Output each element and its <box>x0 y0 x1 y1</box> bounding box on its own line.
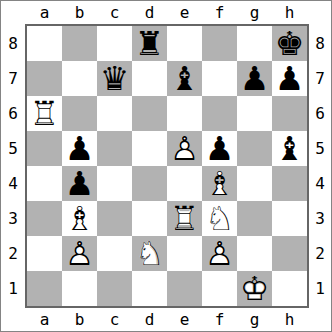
white-bishop-fill: ♝ <box>202 166 237 201</box>
black-pawn: ♟ <box>62 166 97 201</box>
black-pawn: ♟ <box>272 61 307 96</box>
white-pawn: ♙ <box>202 236 237 271</box>
rank-label-1: 1 <box>309 271 331 306</box>
square-a1[interactable] <box>27 271 62 306</box>
square-d1[interactable] <box>132 271 167 306</box>
square-d3[interactable] <box>132 201 167 236</box>
file-label-h: h <box>272 1 307 24</box>
white-bishop: ♗ <box>202 166 237 201</box>
square-g8[interactable] <box>237 26 272 61</box>
white-knight: ♘ <box>132 236 167 271</box>
white-bishop: ♗ <box>62 201 97 236</box>
square-h2[interactable] <box>272 236 307 271</box>
rank-label-6: 6 <box>1 96 25 131</box>
black-king: ♚ <box>272 26 307 61</box>
rank-label-3: 3 <box>309 201 331 236</box>
square-g1[interactable]: ♚♔ <box>237 271 272 306</box>
square-e2[interactable] <box>167 236 202 271</box>
square-h3[interactable] <box>272 201 307 236</box>
square-f5[interactable]: ♟ <box>202 131 237 166</box>
white-pawn-fill: ♟ <box>62 236 97 271</box>
square-d8[interactable]: ♜ <box>132 26 167 61</box>
rank-label-8: 8 <box>1 26 25 61</box>
square-d4[interactable] <box>132 166 167 201</box>
square-c2[interactable] <box>97 236 132 271</box>
square-f6[interactable] <box>202 96 237 131</box>
square-h5[interactable]: ♝ <box>272 131 307 166</box>
square-h7[interactable]: ♟ <box>272 61 307 96</box>
file-label-a: a <box>27 1 62 24</box>
file-label-f: f <box>202 308 237 331</box>
square-g2[interactable] <box>237 236 272 271</box>
white-king-fill: ♚ <box>237 271 272 306</box>
square-c5[interactable] <box>97 131 132 166</box>
rank-label-8: 8 <box>309 26 331 61</box>
square-d2[interactable]: ♞♘ <box>132 236 167 271</box>
square-f4[interactable]: ♝♗ <box>202 166 237 201</box>
white-knight-fill: ♞ <box>202 201 237 236</box>
file-label-d: d <box>132 1 167 24</box>
file-label-c: c <box>97 308 132 331</box>
file-label-h: h <box>272 308 307 331</box>
black-rook: ♜ <box>132 26 167 61</box>
square-b5[interactable]: ♟ <box>62 131 97 166</box>
rank-label-2: 2 <box>1 236 25 271</box>
square-c8[interactable] <box>97 26 132 61</box>
square-h8[interactable]: ♚ <box>272 26 307 61</box>
square-b8[interactable] <box>62 26 97 61</box>
square-b7[interactable] <box>62 61 97 96</box>
square-e1[interactable] <box>167 271 202 306</box>
square-g6[interactable] <box>237 96 272 131</box>
file-label-d: d <box>132 308 167 331</box>
white-rook-fill: ♜ <box>167 201 202 236</box>
rank-label-1: 1 <box>1 271 25 306</box>
square-d5[interactable] <box>132 131 167 166</box>
file-label-b: b <box>62 308 97 331</box>
square-e4[interactable] <box>167 166 202 201</box>
white-bishop-fill: ♝ <box>62 201 97 236</box>
square-b6[interactable] <box>62 96 97 131</box>
rank-label-4: 4 <box>309 166 331 201</box>
square-a4[interactable] <box>27 166 62 201</box>
white-king: ♔ <box>237 271 272 306</box>
file-label-e: e <box>167 308 202 331</box>
square-c1[interactable] <box>97 271 132 306</box>
rank-label-3: 3 <box>1 201 25 236</box>
square-e6[interactable] <box>167 96 202 131</box>
file-label-a: a <box>27 308 62 331</box>
square-c4[interactable] <box>97 166 132 201</box>
black-pawn: ♟ <box>202 131 237 166</box>
square-c7[interactable]: ♛ <box>97 61 132 96</box>
file-label-g: g <box>237 1 272 24</box>
rank-label-7: 7 <box>1 61 25 96</box>
rank-labels-right: 87654321 <box>309 26 331 306</box>
file-label-c: c <box>97 1 132 24</box>
black-bishop: ♝ <box>167 61 202 96</box>
square-b1[interactable] <box>62 271 97 306</box>
square-e7[interactable]: ♝ <box>167 61 202 96</box>
rank-label-7: 7 <box>309 61 331 96</box>
white-pawn-fill: ♟ <box>202 236 237 271</box>
white-rook-fill: ♜ <box>27 96 62 131</box>
square-f3[interactable]: ♞♘ <box>202 201 237 236</box>
square-h6[interactable] <box>272 96 307 131</box>
rank-label-4: 4 <box>1 166 25 201</box>
white-rook: ♖ <box>27 96 62 131</box>
file-labels-top: abcdefgh <box>27 1 307 24</box>
square-c3[interactable] <box>97 201 132 236</box>
square-g7[interactable]: ♟ <box>237 61 272 96</box>
rank-labels-left: 87654321 <box>1 26 25 306</box>
square-b2[interactable]: ♟♙ <box>62 236 97 271</box>
rank-label-6: 6 <box>309 96 331 131</box>
square-f1[interactable] <box>202 271 237 306</box>
file-labels-bottom: abcdefgh <box>27 308 307 331</box>
file-label-g: g <box>237 308 272 331</box>
square-b4[interactable]: ♟ <box>62 166 97 201</box>
square-f7[interactable] <box>202 61 237 96</box>
square-h1[interactable] <box>272 271 307 306</box>
rank-label-5: 5 <box>309 131 331 166</box>
black-queen: ♛ <box>97 61 132 96</box>
square-g3[interactable] <box>237 201 272 236</box>
square-e5[interactable]: ♟♙ <box>167 131 202 166</box>
square-g4[interactable] <box>237 166 272 201</box>
square-a6[interactable]: ♜♖ <box>27 96 62 131</box>
square-h4[interactable] <box>272 166 307 201</box>
white-knight: ♘ <box>202 201 237 236</box>
file-label-f: f <box>202 1 237 24</box>
square-g5[interactable] <box>237 131 272 166</box>
black-bishop: ♝ <box>272 131 307 166</box>
file-label-e: e <box>167 1 202 24</box>
square-a7[interactable] <box>27 61 62 96</box>
square-e8[interactable] <box>167 26 202 61</box>
white-pawn-fill: ♟ <box>167 131 202 166</box>
square-c6[interactable] <box>97 96 132 131</box>
file-label-b: b <box>62 1 97 24</box>
white-pawn: ♙ <box>167 131 202 166</box>
black-pawn: ♟ <box>62 131 97 166</box>
black-pawn: ♟ <box>237 61 272 96</box>
square-d6[interactable] <box>132 96 167 131</box>
rank-label-5: 5 <box>1 131 25 166</box>
rank-label-2: 2 <box>309 236 331 271</box>
chess-diagram: abcdefgh 87654321 ♜♚♛♝♟♟♜♖♟♟♙♟♝♟♝♗♝♗♜♖♞♘… <box>0 0 332 332</box>
white-pawn: ♙ <box>62 236 97 271</box>
square-a2[interactable] <box>27 236 62 271</box>
square-f8[interactable] <box>202 26 237 61</box>
square-e3[interactable]: ♜♖ <box>167 201 202 236</box>
square-f2[interactable]: ♟♙ <box>202 236 237 271</box>
square-a3[interactable] <box>27 201 62 236</box>
square-d7[interactable] <box>132 61 167 96</box>
square-a8[interactable] <box>27 26 62 61</box>
chess-board: ♜♚♛♝♟♟♜♖♟♟♙♟♝♟♝♗♝♗♜♖♞♘♟♙♞♘♟♙♚♔ <box>25 24 309 308</box>
white-knight-fill: ♞ <box>132 236 167 271</box>
square-b3[interactable]: ♝♗ <box>62 201 97 236</box>
square-a5[interactable] <box>27 131 62 166</box>
white-rook: ♖ <box>167 201 202 236</box>
